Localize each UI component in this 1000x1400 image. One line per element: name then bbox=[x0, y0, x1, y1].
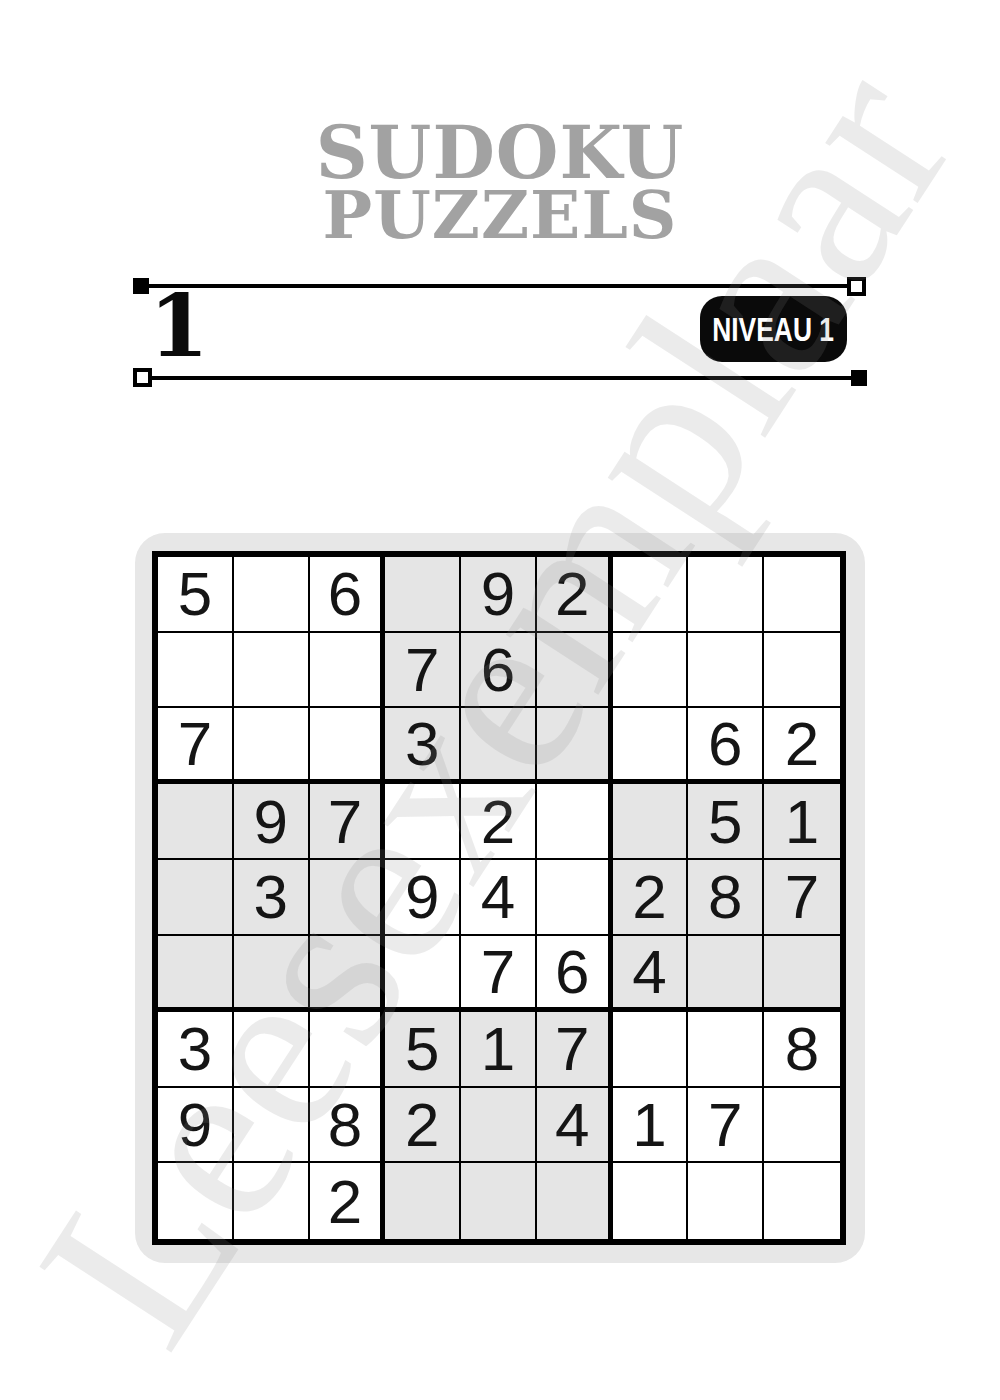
level-badge: NIVEAU 1 bbox=[700, 296, 847, 362]
cell-r9c7[interactable] bbox=[613, 1163, 689, 1239]
cell-r4c4[interactable] bbox=[385, 784, 461, 860]
cell-r5c1[interactable] bbox=[158, 860, 234, 936]
cell-r5c8[interactable]: 8 bbox=[688, 860, 764, 936]
cell-r3c2[interactable] bbox=[234, 708, 310, 784]
cell-r1c7[interactable] bbox=[613, 557, 689, 633]
cell-r7c5[interactable]: 1 bbox=[461, 1012, 537, 1088]
cell-r6c1[interactable] bbox=[158, 936, 234, 1012]
cell-r6c3[interactable] bbox=[310, 936, 386, 1012]
cell-r3c6[interactable] bbox=[537, 708, 613, 784]
cell-r7c7[interactable] bbox=[613, 1012, 689, 1088]
cell-r2c3[interactable] bbox=[310, 633, 386, 709]
cell-r9c1[interactable] bbox=[158, 1163, 234, 1239]
cell-r3c8[interactable]: 6 bbox=[688, 708, 764, 784]
cell-r4c9[interactable]: 1 bbox=[764, 784, 840, 860]
cell-r7c3[interactable] bbox=[310, 1012, 386, 1088]
cell-r5c3[interactable] bbox=[310, 860, 386, 936]
cell-r9c2[interactable] bbox=[234, 1163, 310, 1239]
cell-r9c8[interactable] bbox=[688, 1163, 764, 1239]
cell-r4c3[interactable]: 7 bbox=[310, 784, 386, 860]
cell-r8c4[interactable]: 2 bbox=[385, 1088, 461, 1164]
cell-r8c5[interactable] bbox=[461, 1088, 537, 1164]
cell-r2c7[interactable] bbox=[613, 633, 689, 709]
cell-r3c5[interactable] bbox=[461, 708, 537, 784]
cell-r1c8[interactable] bbox=[688, 557, 764, 633]
cell-r6c2[interactable] bbox=[234, 936, 310, 1012]
cell-r5c9[interactable]: 7 bbox=[764, 860, 840, 936]
cell-r3c7[interactable] bbox=[613, 708, 689, 784]
cell-r3c4[interactable]: 3 bbox=[385, 708, 461, 784]
puzzle-number: 1 bbox=[149, 283, 209, 369]
top-rule bbox=[146, 284, 852, 288]
cell-r7c1[interactable]: 3 bbox=[158, 1012, 234, 1088]
bottom-rule bbox=[146, 376, 856, 380]
cell-r8c1[interactable]: 9 bbox=[158, 1088, 234, 1164]
cell-r9c9[interactable] bbox=[764, 1163, 840, 1239]
cell-r6c9[interactable] bbox=[764, 936, 840, 1012]
cell-r2c4[interactable]: 7 bbox=[385, 633, 461, 709]
rule-endpoint-hollow-icon bbox=[847, 277, 866, 296]
cell-r8c7[interactable]: 1 bbox=[613, 1088, 689, 1164]
cell-r6c7[interactable]: 4 bbox=[613, 936, 689, 1012]
cell-r2c5[interactable]: 6 bbox=[461, 633, 537, 709]
cell-r1c1[interactable]: 5 bbox=[158, 557, 234, 633]
cell-r7c9[interactable]: 8 bbox=[764, 1012, 840, 1088]
rule-endpoint-filled-icon bbox=[851, 370, 867, 386]
cell-r2c9[interactable] bbox=[764, 633, 840, 709]
cell-r7c4[interactable]: 5 bbox=[385, 1012, 461, 1088]
cell-r4c7[interactable] bbox=[613, 784, 689, 860]
cell-r7c8[interactable] bbox=[688, 1012, 764, 1088]
cell-r6c5[interactable]: 7 bbox=[461, 936, 537, 1012]
cell-r9c4[interactable] bbox=[385, 1163, 461, 1239]
cell-r4c5[interactable]: 2 bbox=[461, 784, 537, 860]
cell-r2c8[interactable] bbox=[688, 633, 764, 709]
cell-r8c3[interactable]: 8 bbox=[310, 1088, 386, 1164]
cell-r3c9[interactable]: 2 bbox=[764, 708, 840, 784]
cell-r5c4[interactable]: 9 bbox=[385, 860, 461, 936]
rule-endpoint-filled-icon bbox=[133, 278, 149, 294]
cell-r6c8[interactable] bbox=[688, 936, 764, 1012]
cell-r2c6[interactable] bbox=[537, 633, 613, 709]
cell-r5c6[interactable] bbox=[537, 860, 613, 936]
cell-r7c6[interactable]: 7 bbox=[537, 1012, 613, 1088]
cell-r1c9[interactable] bbox=[764, 557, 840, 633]
cell-r4c8[interactable]: 5 bbox=[688, 784, 764, 860]
cell-r3c1[interactable]: 7 bbox=[158, 708, 234, 784]
sudoku-grid: 569276736297251394287764351789824172 bbox=[152, 551, 846, 1245]
cell-r6c6[interactable]: 6 bbox=[537, 936, 613, 1012]
cell-r9c3[interactable]: 2 bbox=[310, 1163, 386, 1239]
cell-r1c5[interactable]: 9 bbox=[461, 557, 537, 633]
cell-r1c2[interactable] bbox=[234, 557, 310, 633]
cell-r9c6[interactable] bbox=[537, 1163, 613, 1239]
cell-r4c2[interactable]: 9 bbox=[234, 784, 310, 860]
cell-r1c3[interactable]: 6 bbox=[310, 557, 386, 633]
cell-r4c1[interactable] bbox=[158, 784, 234, 860]
cell-r8c2[interactable] bbox=[234, 1088, 310, 1164]
level-badge-label: NIVEAU 1 bbox=[713, 313, 835, 346]
cell-r1c4[interactable] bbox=[385, 557, 461, 633]
cell-r8c8[interactable]: 7 bbox=[688, 1088, 764, 1164]
cell-r3c3[interactable] bbox=[310, 708, 386, 784]
cell-r6c4[interactable] bbox=[385, 936, 461, 1012]
cell-r8c9[interactable] bbox=[764, 1088, 840, 1164]
page-title-line2: PUZZELS bbox=[0, 182, 1000, 248]
cell-r4c6[interactable] bbox=[537, 784, 613, 860]
page: SUDOKU PUZZELS 1 NIVEAU 1 56927673629725… bbox=[0, 0, 1000, 1400]
cell-r5c7[interactable]: 2 bbox=[613, 860, 689, 936]
cell-r5c2[interactable]: 3 bbox=[234, 860, 310, 936]
cell-r2c2[interactable] bbox=[234, 633, 310, 709]
cell-r5c5[interactable]: 4 bbox=[461, 860, 537, 936]
cell-r2c1[interactable] bbox=[158, 633, 234, 709]
cell-r9c5[interactable] bbox=[461, 1163, 537, 1239]
cell-r1c6[interactable]: 2 bbox=[537, 557, 613, 633]
cell-r8c6[interactable]: 4 bbox=[537, 1088, 613, 1164]
cell-r7c2[interactable] bbox=[234, 1012, 310, 1088]
